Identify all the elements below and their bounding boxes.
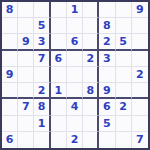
- cell-r3c7[interactable]: 2: [99, 34, 115, 50]
- cell-r7c7[interactable]: 6: [99, 99, 115, 115]
- cell-r9c8[interactable]: [116, 132, 132, 148]
- sudoku-board: 819589362576239221897846215627: [0, 0, 150, 150]
- cell-r7c6[interactable]: [83, 99, 99, 115]
- cell-r9c7[interactable]: [99, 132, 115, 148]
- cell-r1c8[interactable]: [116, 2, 132, 18]
- cell-r5c9[interactable]: 2: [132, 67, 148, 83]
- cell-r1c4[interactable]: [51, 2, 67, 18]
- cell-r4c8[interactable]: [116, 51, 132, 67]
- cell-r2c1[interactable]: [2, 18, 18, 34]
- cell-r4c7[interactable]: 3: [99, 51, 115, 67]
- cell-r5c2[interactable]: [18, 67, 34, 83]
- cell-r9c2[interactable]: [18, 132, 34, 148]
- cell-r1c1[interactable]: 8: [2, 2, 18, 18]
- cell-r3c3[interactable]: 3: [34, 34, 50, 50]
- cell-r7c8[interactable]: 2: [116, 99, 132, 115]
- cell-r2c4[interactable]: [51, 18, 67, 34]
- cell-r2c6[interactable]: [83, 18, 99, 34]
- cell-r5c6[interactable]: [83, 67, 99, 83]
- cell-r8c6[interactable]: [83, 116, 99, 132]
- cell-r7c2[interactable]: 7: [18, 99, 34, 115]
- cell-r5c7[interactable]: [99, 67, 115, 83]
- cell-r2c3[interactable]: 5: [34, 18, 50, 34]
- cell-r6c9[interactable]: [132, 83, 148, 99]
- sudoku-app: 819589362576239221897846215627: [0, 0, 150, 150]
- cell-r6c5[interactable]: [67, 83, 83, 99]
- cell-r1c9[interactable]: 9: [132, 2, 148, 18]
- cell-r5c5[interactable]: [67, 67, 83, 83]
- cell-r6c2[interactable]: [18, 83, 34, 99]
- cell-r9c3[interactable]: [34, 132, 50, 148]
- cell-r3c8[interactable]: 5: [116, 34, 132, 50]
- cell-r2c8[interactable]: [116, 18, 132, 34]
- cell-r6c7[interactable]: 9: [99, 83, 115, 99]
- cell-r8c1[interactable]: [2, 116, 18, 132]
- cell-r3c4[interactable]: [51, 34, 67, 50]
- cell-r6c1[interactable]: [2, 83, 18, 99]
- cell-r9c6[interactable]: [83, 132, 99, 148]
- cell-r7c3[interactable]: 8: [34, 99, 50, 115]
- cell-r5c3[interactable]: [34, 67, 50, 83]
- cell-r6c6[interactable]: 8: [83, 83, 99, 99]
- cell-r2c5[interactable]: [67, 18, 83, 34]
- cell-r2c9[interactable]: [132, 18, 148, 34]
- cell-r4c3[interactable]: 7: [34, 51, 50, 67]
- cell-r1c3[interactable]: [34, 2, 50, 18]
- cell-r8c5[interactable]: [67, 116, 83, 132]
- cell-r7c4[interactable]: [51, 99, 67, 115]
- cell-r6c8[interactable]: [116, 83, 132, 99]
- cell-r4c9[interactable]: [132, 51, 148, 67]
- cell-r8c8[interactable]: [116, 116, 132, 132]
- cell-r4c4[interactable]: 6: [51, 51, 67, 67]
- cell-r4c6[interactable]: 2: [83, 51, 99, 67]
- cell-r1c2[interactable]: [18, 2, 34, 18]
- cell-r9c1[interactable]: 6: [2, 132, 18, 148]
- cell-r3c9[interactable]: [132, 34, 148, 50]
- cell-r9c9[interactable]: 7: [132, 132, 148, 148]
- cell-r4c5[interactable]: [67, 51, 83, 67]
- cell-r1c6[interactable]: [83, 2, 99, 18]
- cell-r1c5[interactable]: 1: [67, 2, 83, 18]
- cell-r9c5[interactable]: 2: [67, 132, 83, 148]
- cell-r5c8[interactable]: [116, 67, 132, 83]
- cell-r7c5[interactable]: 4: [67, 99, 83, 115]
- cell-r9c4[interactable]: [51, 132, 67, 148]
- cell-r8c3[interactable]: 1: [34, 116, 50, 132]
- cell-r3c6[interactable]: [83, 34, 99, 50]
- cell-r4c2[interactable]: [18, 51, 34, 67]
- cell-r4c1[interactable]: [2, 51, 18, 67]
- cell-r2c7[interactable]: 8: [99, 18, 115, 34]
- cell-r8c7[interactable]: 5: [99, 116, 115, 132]
- cell-r7c9[interactable]: [132, 99, 148, 115]
- cell-r5c1[interactable]: 9: [2, 67, 18, 83]
- cell-r3c2[interactable]: 9: [18, 34, 34, 50]
- cell-r3c5[interactable]: 6: [67, 34, 83, 50]
- cell-r8c4[interactable]: [51, 116, 67, 132]
- cell-r5c4[interactable]: [51, 67, 67, 83]
- cell-r8c9[interactable]: [132, 116, 148, 132]
- cell-r8c2[interactable]: [18, 116, 34, 132]
- cell-r6c3[interactable]: 2: [34, 83, 50, 99]
- cell-r2c2[interactable]: [18, 18, 34, 34]
- cell-r1c7[interactable]: [99, 2, 115, 18]
- cell-r7c1[interactable]: [2, 99, 18, 115]
- cell-r3c1[interactable]: [2, 34, 18, 50]
- cell-r6c4[interactable]: 1: [51, 83, 67, 99]
